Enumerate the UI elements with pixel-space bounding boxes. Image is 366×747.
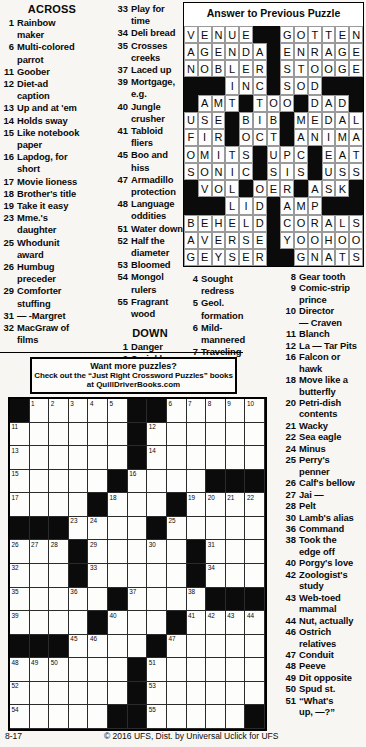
answer-previous-puzzle-box: Answer to Previous Puzzle VENUEGOTTENAGE… <box>183 2 364 267</box>
clue: 36Command <box>284 523 366 534</box>
solution-letter-cell: A <box>349 129 363 146</box>
grid-cell <box>108 658 128 682</box>
clue-text: Crosses creeks <box>131 40 167 64</box>
solution-letter-cell: N <box>212 163 226 180</box>
grid-cell <box>206 423 226 447</box>
solution-black-cell <box>294 180 308 197</box>
solution-letter-cell: N <box>294 43 308 60</box>
clue-number: 1 <box>2 17 14 29</box>
solution-letter-cell: C <box>253 77 267 94</box>
solution-letter-cell: M <box>294 112 308 129</box>
down-clues-upper-right: 4Sought redress5Geol. formation6Mild- ma… <box>188 273 280 358</box>
clue: 40Jungle crusher <box>116 101 184 125</box>
solution-letter-cell: S <box>184 163 198 180</box>
clue-number: 25 <box>284 454 296 465</box>
solution-letter-cell: T <box>308 26 322 43</box>
clue-number: 31 <box>2 310 14 322</box>
solution-letter-cell: A <box>280 197 294 214</box>
solution-letter-cell: E <box>322 146 336 163</box>
cell-number: 27 <box>31 541 38 548</box>
clue-text: Laced up <box>131 64 171 76</box>
grid-cell: 1 <box>30 399 50 423</box>
clue-number: 5 <box>188 297 198 309</box>
cell-number: 45 <box>70 635 77 642</box>
grid-cell <box>49 470 69 494</box>
grid-cell: 55 <box>147 705 167 729</box>
clue-number: 28 <box>284 500 296 511</box>
clue: 9Comic-strip prince <box>284 282 366 305</box>
solution-letter-cell: R <box>212 129 226 146</box>
clue-text: Mortgage, e.g. <box>131 76 184 100</box>
puzzle-grid: 1234567891011121314151617181920212223242… <box>8 397 267 731</box>
grid-cell <box>226 705 246 729</box>
solution-letter-cell: I <box>212 146 226 163</box>
clue: 55Fragrant wood <box>116 296 184 320</box>
solution-letter-cell: B <box>184 215 198 232</box>
solution-letter-cell: R <box>253 249 267 266</box>
solution-letter-cell: I <box>322 129 336 146</box>
clue: 11Goober <box>2 66 102 78</box>
clue-number: 18 <box>284 374 296 385</box>
solution-letter-cell: T <box>253 95 267 112</box>
clue: 30Lamb's alias <box>284 512 366 523</box>
solution-letter-cell: M <box>212 95 226 112</box>
cell-number: 5 <box>110 400 114 407</box>
grid-cell <box>226 540 246 564</box>
clue-text: Humbug preceder <box>17 261 56 285</box>
clue-number: 26 <box>284 477 296 488</box>
clue-text: Lamb's alias <box>299 512 354 523</box>
clue-text: Mongol rulers <box>131 271 184 295</box>
solution-letter-cell: G <box>294 249 308 266</box>
solution-black-cell <box>267 60 281 77</box>
solution-letter-cell: E <box>335 26 349 43</box>
grid-cell: 21 <box>226 493 246 517</box>
cell-number: 44 <box>247 612 254 619</box>
cell-number: 40 <box>110 612 117 619</box>
grid-cell: 54 <box>10 705 30 729</box>
solution-letter-cell: R <box>253 60 267 77</box>
grid-cell: 14 <box>147 446 167 470</box>
solution-letter-cell: A <box>322 215 336 232</box>
solution-letter-cell: E <box>198 249 212 266</box>
grid-cell: 8 <box>206 399 226 423</box>
grid-cell: 16 <box>128 470 148 494</box>
clue-number: 45 <box>116 149 128 161</box>
clue: 34Deli bread <box>116 27 184 39</box>
clue-text: Took the edge off <box>299 534 337 557</box>
solution-letter-cell: S <box>198 112 212 129</box>
grid-cell <box>187 517 207 541</box>
solution-letter-cell: D <box>253 197 267 214</box>
solution-letter-cell: D <box>308 77 322 94</box>
cell-number: 38 <box>188 588 195 595</box>
solution-black-cell <box>212 197 226 214</box>
clue-text: MacGraw of films <box>17 322 69 346</box>
cell-number: 34 <box>208 564 215 571</box>
grid-cell <box>245 682 265 706</box>
solution-black-cell <box>335 77 349 94</box>
clue-number: 41 <box>116 125 128 137</box>
grid-cell <box>245 540 265 564</box>
clue-number: 48 <box>116 198 128 210</box>
grid-cell <box>206 705 226 729</box>
clue-number: 18 <box>2 188 14 200</box>
cell-number: 26 <box>12 541 19 548</box>
clue: 6Multi-colored parrot <box>2 41 102 65</box>
grid-cell <box>88 682 108 706</box>
grid-cell: 46 <box>88 635 108 659</box>
clue-text: Ostrich relatives <box>299 626 336 649</box>
clue-text: — -Margret <box>17 310 65 322</box>
solution-letter-cell: L <box>349 112 363 129</box>
cell-number: 13 <box>12 447 19 454</box>
solution-letter-cell: N <box>184 60 198 77</box>
clue-text: Multi-colored parrot <box>17 41 75 65</box>
solution-letter-cell: A <box>322 95 336 112</box>
grid-cell: 26 <box>10 540 30 564</box>
grid-black-cell <box>147 399 167 423</box>
grid-black-cell <box>10 635 30 659</box>
clue-text: Jungle crusher <box>131 101 165 125</box>
grid-cell: 40 <box>108 611 128 635</box>
grid-cell <box>187 658 207 682</box>
clue: 15Like notebook paper <box>2 127 102 151</box>
grid-cell: 53 <box>147 682 167 706</box>
grid-black-cell <box>226 470 246 494</box>
grid-cell: 7 <box>187 399 207 423</box>
grid-black-cell <box>147 517 167 541</box>
grid-cell <box>69 470 89 494</box>
solution-letter-cell: M <box>335 129 349 146</box>
solution-letter-cell: E <box>225 215 239 232</box>
solution-letter-cell: L <box>225 197 239 214</box>
clue-text: Web-toed mammal <box>299 592 341 615</box>
solution-letter-cell: V <box>198 232 212 249</box>
answer-box-title: Answer to Previous Puzzle <box>184 3 363 26</box>
cell-number: 8 <box>208 400 212 407</box>
grid-cell <box>187 682 207 706</box>
grid-cell: 27 <box>30 540 50 564</box>
clue-number: 29 <box>2 285 14 297</box>
solution-letter-cell: C <box>253 129 267 146</box>
solution-letter-cell: S <box>349 215 363 232</box>
solution-letter-cell: N <box>349 26 363 43</box>
grid-cell: 13 <box>10 446 30 470</box>
grid-cell <box>206 446 226 470</box>
solution-letter-cell: P <box>308 197 322 214</box>
solution-letter-cell: O <box>335 232 349 249</box>
grid-cell <box>167 705 187 729</box>
section-divider <box>0 352 243 353</box>
clue-text: Water down <box>131 223 183 235</box>
clue-number: 4 <box>188 273 198 285</box>
grid-cell <box>226 658 246 682</box>
grid-cell: 9 <box>226 399 246 423</box>
grid-cell <box>147 470 167 494</box>
grid-black-cell <box>245 470 265 494</box>
grid-cell <box>187 635 207 659</box>
clue: 49Dit opposite <box>284 672 366 683</box>
clue: 45Boo and hiss <box>116 149 184 173</box>
solution-letter-cell: G <box>335 60 349 77</box>
clue-number: 50 <box>284 683 296 694</box>
grid-cell <box>49 611 69 635</box>
solution-letter-cell: O <box>308 60 322 77</box>
clue-number: 37 <box>116 64 128 76</box>
grid-cell: 38 <box>187 588 207 612</box>
across-clues-list: 1Rainbow maker6Multi-colored parrot11Goo… <box>2 17 102 346</box>
promo-line-3: at QuillDriverBooks.com <box>32 380 235 389</box>
clue-text: Porgy's love <box>299 557 353 568</box>
solution-black-cell <box>253 146 267 163</box>
cell-number: 51 <box>149 659 156 666</box>
cell-number: 35 <box>12 588 19 595</box>
grid-cell <box>128 493 148 517</box>
grid-black-cell <box>49 517 69 541</box>
grid-cell: 18 <box>108 493 128 517</box>
grid-cell <box>69 705 89 729</box>
solution-letter-cell: A <box>184 43 198 60</box>
solution-letter-cell: A <box>184 232 198 249</box>
grid-cell <box>167 588 187 612</box>
solution-letter-cell: C <box>294 146 308 163</box>
solution-black-cell <box>322 197 336 214</box>
solution-letter-cell: O <box>253 180 267 197</box>
clue-number: 11 <box>284 328 296 339</box>
clue-number: 12 <box>284 340 296 351</box>
clue-number: 44 <box>284 615 296 626</box>
grid-cell <box>226 517 246 541</box>
solution-letter-cell: H <box>212 215 226 232</box>
clue: 26Calf's bellow <box>284 477 366 488</box>
clue-number: 6 <box>2 41 14 53</box>
grid-cell: 34 <box>206 564 226 588</box>
grid-cell: 49 <box>30 658 50 682</box>
clue-text: Pelt <box>299 500 316 511</box>
clue-text: Take it easy <box>17 200 68 212</box>
grid-black-cell <box>128 658 148 682</box>
clue: 14Holds sway <box>2 115 102 127</box>
clue: 16Lapdog, for short <box>2 151 102 175</box>
grid-cell <box>167 682 187 706</box>
grid-cell <box>226 564 246 588</box>
clue: 20Petri-dish contents <box>284 397 366 420</box>
cell-number: 23 <box>70 517 77 524</box>
grid-cell <box>245 564 265 588</box>
grid-cell <box>147 611 167 635</box>
grid-cell: 32 <box>10 564 30 588</box>
cell-number: 50 <box>51 659 58 666</box>
solution-letter-cell: E <box>308 112 322 129</box>
grid-cell: 28 <box>49 540 69 564</box>
solution-letter-cell: Y <box>280 232 294 249</box>
solution-letter-cell: G <box>198 43 212 60</box>
grid-cell: 33 <box>88 564 108 588</box>
solution-black-cell <box>294 95 308 112</box>
cell-number: 14 <box>149 447 156 454</box>
grid-black-cell <box>30 635 50 659</box>
cell-number: 7 <box>188 400 192 407</box>
solution-black-cell <box>267 197 281 214</box>
clue-number: 42 <box>284 569 296 580</box>
clue: 12La — Tar Pits <box>284 340 366 351</box>
grid-cell <box>128 540 148 564</box>
solution-letter-cell: D <box>239 43 253 60</box>
solution-letter-cell: O <box>308 232 322 249</box>
clue: 17Movie lioness <box>2 176 102 188</box>
grid-black-cell <box>108 705 128 729</box>
clue: 18Brother's title <box>2 188 102 200</box>
clue: 5Geol. formation <box>188 297 280 321</box>
clue: 54Mongol rulers <box>116 271 184 295</box>
solution-black-cell <box>267 26 281 43</box>
cell-number: 55 <box>149 706 156 713</box>
cell-number: 24 <box>90 517 97 524</box>
grid-black-cell <box>49 635 69 659</box>
solution-letter-cell: A <box>198 95 212 112</box>
cell-number: 49 <box>31 659 38 666</box>
cell-number: 11 <box>12 423 19 430</box>
across-clues-column: ACROSS 1Rainbow maker6Multi-colored parr… <box>2 3 102 346</box>
cell-number: 28 <box>51 541 58 548</box>
grid-black-cell <box>128 423 148 447</box>
solution-letter-cell: I <box>198 129 212 146</box>
date-code: 8-17 <box>5 731 22 741</box>
clue-text: Movie lioness <box>17 176 77 188</box>
cell-number: 32 <box>12 564 19 571</box>
clue-number: 25 <box>2 237 14 249</box>
solution-black-cell <box>253 26 267 43</box>
clue-text: Wacky <box>299 420 328 431</box>
grid-cell: 6 <box>167 399 187 423</box>
clue: 39Mortgage, e.g. <box>116 76 184 100</box>
cell-number: 3 <box>70 400 74 407</box>
clue-number: 47 <box>284 649 296 660</box>
grid-cell <box>69 682 89 706</box>
solution-black-cell <box>239 95 253 112</box>
solution-letter-cell: K <box>335 180 349 197</box>
cell-number: 29 <box>90 541 97 548</box>
solution-letter-cell: I <box>280 163 294 180</box>
clue-number: 51 <box>116 223 128 235</box>
grid-cell: 44 <box>245 611 265 635</box>
clue-text: Brother's title <box>17 188 76 200</box>
grid-cell <box>187 470 207 494</box>
solution-letter-cell: G <box>335 43 349 60</box>
clue: 37Laced up <box>116 64 184 76</box>
grid-cell: 36 <box>69 588 89 612</box>
grid-cell: 39 <box>10 611 30 635</box>
solution-letter-cell: P <box>280 146 294 163</box>
solution-letter-cell: B <box>239 112 253 129</box>
grid-cell: 11 <box>10 423 30 447</box>
grid-black-cell <box>206 470 226 494</box>
grid-black-cell <box>128 682 148 706</box>
grid-cell <box>30 611 50 635</box>
solution-letter-cell: O <box>294 232 308 249</box>
solution-black-cell <box>349 95 363 112</box>
clue: 25Perry's penner <box>284 454 366 477</box>
clue-text: Bloomed <box>131 259 170 271</box>
clue: 50Spud st. <box>284 683 366 694</box>
grid-cell <box>69 446 89 470</box>
solution-black-cell <box>267 232 281 249</box>
solution-black-cell <box>267 215 281 232</box>
grid-cell: 31 <box>206 540 226 564</box>
grid-cell <box>88 658 108 682</box>
cell-number: 20 <box>208 494 215 501</box>
grid-cell <box>88 446 108 470</box>
cell-number: 21 <box>227 494 234 501</box>
solution-black-cell <box>184 180 198 197</box>
clue: 24Minus <box>284 443 366 454</box>
grid-cell <box>147 588 167 612</box>
grid-cell: 25 <box>167 517 187 541</box>
solution-black-cell <box>253 163 267 180</box>
clue: 41Tabloid fliers <box>116 125 184 149</box>
grid-cell <box>49 446 69 470</box>
solution-letter-cell: E <box>239 60 253 77</box>
solution-letter-cell: S <box>225 249 239 266</box>
solution-letter-cell: A <box>335 112 349 129</box>
clue: 46Ostrich relatives <box>284 626 366 649</box>
cell-number: 39 <box>12 612 19 619</box>
copyright-line: © 2016 UFS, Dist. by Universal Uclick fo… <box>104 731 278 741</box>
solution-letter-cell: L <box>225 60 239 77</box>
grid-cell <box>49 705 69 729</box>
grid-cell <box>30 493 50 517</box>
grid-cell <box>128 564 148 588</box>
clue: 25Whodunit award <box>2 237 102 261</box>
cell-number: 41 <box>188 612 195 619</box>
clue: 1Rainbow maker <box>2 17 102 41</box>
clue-text: Fragrant wood <box>131 296 168 320</box>
solution-letter-cell: S <box>349 249 363 266</box>
clue: 31— -Margret <box>2 310 102 322</box>
grid-cell: 5 <box>108 399 128 423</box>
cell-number: 54 <box>12 706 19 713</box>
clue-number: 30 <box>284 512 296 523</box>
clue-text: Holds sway <box>17 115 68 127</box>
solution-letter-cell: O <box>322 60 336 77</box>
solution-letter-cell: R <box>280 180 294 197</box>
solution-black-cell <box>349 197 363 214</box>
solution-black-cell <box>198 197 212 214</box>
clue-number: 52 <box>116 235 128 247</box>
clue: 27Jai — <box>284 489 366 500</box>
promo-line-2: Check out the “Just Right Crossword Puzz… <box>32 371 235 380</box>
grid-cell <box>108 517 128 541</box>
grid-cell <box>128 635 148 659</box>
cell-number: 17 <box>12 494 19 501</box>
clue-number: 9 <box>284 282 296 293</box>
clue: 12Diet-ad caption <box>2 78 102 102</box>
clue-text: Mild- mannered <box>201 322 245 346</box>
grid-cell: 50 <box>49 658 69 682</box>
clue: 32MacGraw of films <box>2 322 102 346</box>
clue-text: Move like a butterfly <box>299 374 348 397</box>
solution-letter-cell: T <box>294 60 308 77</box>
solution-letter-cell: A <box>322 249 336 266</box>
solution-letter-cell: I <box>225 77 239 94</box>
solution-black-cell <box>184 77 198 94</box>
clue: 33Play for time <box>116 3 184 27</box>
clue-text: Whodunit award <box>17 237 59 261</box>
grid-black-cell <box>128 705 148 729</box>
clue-number: 43 <box>284 592 296 603</box>
grid-cell <box>30 564 50 588</box>
